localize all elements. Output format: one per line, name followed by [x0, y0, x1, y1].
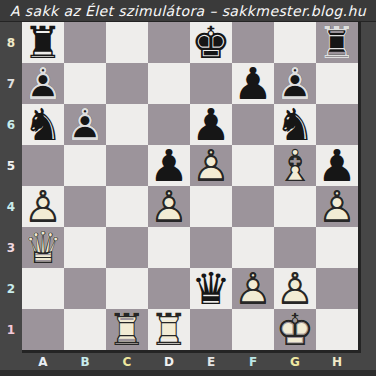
square-h7[interactable]: [316, 63, 358, 104]
square-c2[interactable]: [106, 268, 148, 309]
rank-label-7: 7: [0, 63, 22, 104]
white-bishop-outline: ♗: [274, 145, 316, 186]
black-pawn-glyph: ♟: [316, 145, 358, 186]
square-b6[interactable]: ♟♙: [64, 104, 106, 145]
piece-white-pawn: ♟♙: [190, 145, 232, 186]
white-pawn-outline: ♙: [274, 268, 316, 309]
square-f2[interactable]: ♟♙: [232, 268, 274, 309]
file-labels: ABCDEFGH: [22, 353, 358, 370]
square-b5[interactable]: [64, 145, 106, 186]
square-e7[interactable]: [190, 63, 232, 104]
square-a7[interactable]: ♟♙: [22, 63, 64, 104]
square-h8[interactable]: ♜♖: [316, 22, 358, 63]
piece-black-knight: ♞: [22, 104, 64, 145]
piece-white-rook: ♜♖: [106, 309, 148, 350]
file-label-f: F: [232, 353, 274, 370]
piece-white-bishop: ♝♗: [274, 145, 316, 186]
square-d4[interactable]: ♟♙: [148, 186, 190, 227]
piece-white-king: ♚♔: [274, 309, 316, 350]
white-pawn-outline: ♙: [148, 186, 190, 227]
square-h3[interactable]: [316, 227, 358, 268]
rank-label-3: 3: [0, 227, 22, 268]
piece-white-rook: ♜♖: [148, 309, 190, 350]
square-b3[interactable]: [64, 227, 106, 268]
square-g1[interactable]: ♚♔: [274, 309, 316, 350]
rank-label-2: 2: [0, 268, 22, 309]
file-label-c: C: [106, 353, 148, 370]
square-e6[interactable]: ♟: [190, 104, 232, 145]
piece-white-pawn: ♟♙: [148, 186, 190, 227]
white-rook-outline: ♖: [148, 309, 190, 350]
square-c3[interactable]: [106, 227, 148, 268]
file-label-d: D: [148, 353, 190, 370]
piece-white-queen: ♛♕: [22, 227, 64, 268]
square-e4[interactable]: [190, 186, 232, 227]
square-g4[interactable]: [274, 186, 316, 227]
white-queen-outline: ♕: [22, 227, 64, 268]
piece-black-queen: ♛: [190, 268, 232, 309]
square-a2[interactable]: [22, 268, 64, 309]
black-knight-glyph: ♞: [22, 104, 64, 145]
white-pawn-outline: ♙: [232, 268, 274, 309]
piece-black-rook: ♜: [22, 22, 64, 63]
square-f6[interactable]: [232, 104, 274, 145]
white-king-outline: ♔: [274, 309, 316, 350]
square-d1[interactable]: ♜♖: [148, 309, 190, 350]
black-pawn-outline: ♙: [64, 104, 106, 145]
square-b2[interactable]: [64, 268, 106, 309]
square-d3[interactable]: [148, 227, 190, 268]
square-f5[interactable]: [232, 145, 274, 186]
black-pawn-outline: ♙: [274, 63, 316, 104]
chess-diagram: A sakk az Élet szimulátora – sakkmester.…: [0, 0, 376, 376]
square-e1[interactable]: [190, 309, 232, 350]
square-g7[interactable]: ♟♙: [274, 63, 316, 104]
black-pawn-glyph: ♟: [148, 145, 190, 186]
rank-label-8: 8: [0, 22, 22, 63]
white-pawn-outline: ♙: [190, 145, 232, 186]
square-b1[interactable]: [64, 309, 106, 350]
piece-black-pawn: ♟: [232, 63, 274, 104]
square-f8[interactable]: [232, 22, 274, 63]
square-a5[interactable]: [22, 145, 64, 186]
square-g8[interactable]: [274, 22, 316, 63]
square-h4[interactable]: ♟♙: [316, 186, 358, 227]
square-h6[interactable]: [316, 104, 358, 145]
square-a6[interactable]: ♞: [22, 104, 64, 145]
square-c7[interactable]: [106, 63, 148, 104]
square-d5[interactable]: ♟: [148, 145, 190, 186]
rank-label-6: 6: [0, 104, 22, 145]
file-label-a: A: [22, 353, 64, 370]
rank-label-4: 4: [0, 186, 22, 227]
square-f3[interactable]: [232, 227, 274, 268]
square-h5[interactable]: ♟: [316, 145, 358, 186]
piece-white-pawn: ♟♙: [232, 268, 274, 309]
black-pawn-glyph: ♟: [190, 104, 232, 145]
square-c8[interactable]: [106, 22, 148, 63]
square-a3[interactable]: ♛♕: [22, 227, 64, 268]
square-f7[interactable]: ♟: [232, 63, 274, 104]
piece-white-pawn: ♟♙: [22, 186, 64, 227]
black-rook-outline: ♖: [316, 22, 358, 63]
piece-black-pawn: ♟♙: [274, 63, 316, 104]
black-pawn-glyph: ♟: [232, 63, 274, 104]
square-h2[interactable]: [316, 268, 358, 309]
square-f4[interactable]: [232, 186, 274, 227]
piece-black-pawn: ♟: [190, 104, 232, 145]
square-c4[interactable]: [106, 186, 148, 227]
square-c5[interactable]: [106, 145, 148, 186]
rank-labels: 87654321: [0, 22, 22, 350]
white-pawn-outline: ♙: [316, 186, 358, 227]
square-d7[interactable]: [148, 63, 190, 104]
square-f1[interactable]: [232, 309, 274, 350]
black-rook-glyph: ♜: [22, 22, 64, 63]
chess-board: ♜♚♜♖♟♙♟♟♙♞♟♙♟♞♟♟♙♝♗♟♟♙♟♙♟♙♛♕♛♟♙♟♙♜♖♜♖♚♔: [22, 22, 358, 350]
square-g6[interactable]: ♞: [274, 104, 316, 145]
square-e2[interactable]: ♛: [190, 268, 232, 309]
square-b8[interactable]: [64, 22, 106, 63]
square-a4[interactable]: ♟♙: [22, 186, 64, 227]
piece-black-pawn: ♟♙: [22, 63, 64, 104]
square-c1[interactable]: ♜♖: [106, 309, 148, 350]
piece-black-knight: ♞: [274, 104, 316, 145]
piece-black-pawn: ♟: [148, 145, 190, 186]
black-king-glyph: ♚: [190, 22, 232, 63]
rank-label-1: 1: [0, 309, 22, 350]
bottom-edge: [0, 370, 376, 376]
square-h1[interactable]: [316, 309, 358, 350]
black-queen-glyph: ♛: [190, 268, 232, 309]
black-pawn-outline: ♙: [22, 63, 64, 104]
file-label-b: B: [64, 353, 106, 370]
piece-white-pawn: ♟♙: [274, 268, 316, 309]
square-b7[interactable]: [64, 63, 106, 104]
piece-white-pawn: ♟♙: [316, 186, 358, 227]
piece-black-rook: ♜♖: [316, 22, 358, 63]
file-label-e: E: [190, 353, 232, 370]
file-label-h: H: [316, 353, 358, 370]
square-e5[interactable]: ♟♙: [190, 145, 232, 186]
square-d2[interactable]: [148, 268, 190, 309]
square-g5[interactable]: ♝♗: [274, 145, 316, 186]
square-g2[interactable]: ♟♙: [274, 268, 316, 309]
chess-board-frame: ♜♚♜♖♟♙♟♟♙♞♟♙♟♞♟♟♙♝♗♟♟♙♟♙♟♙♛♕♛♟♙♟♙♜♖♜♖♚♔: [22, 22, 361, 353]
square-c6[interactable]: [106, 104, 148, 145]
page-title: A sakk az Élet szimulátora – sakkmester.…: [10, 3, 366, 19]
white-pawn-outline: ♙: [22, 186, 64, 227]
piece-black-pawn: ♟♙: [64, 104, 106, 145]
square-d8[interactable]: [148, 22, 190, 63]
square-e3[interactable]: [190, 227, 232, 268]
white-rook-outline: ♖: [106, 309, 148, 350]
rank-label-5: 5: [0, 145, 22, 186]
square-e8[interactable]: ♚: [190, 22, 232, 63]
square-d6[interactable]: [148, 104, 190, 145]
piece-black-pawn: ♟: [316, 145, 358, 186]
square-g3[interactable]: [274, 227, 316, 268]
square-a1[interactable]: [22, 309, 64, 350]
square-a8[interactable]: ♜: [22, 22, 64, 63]
black-knight-glyph: ♞: [274, 104, 316, 145]
square-b4[interactable]: [64, 186, 106, 227]
file-label-g: G: [274, 353, 316, 370]
piece-black-king: ♚: [190, 22, 232, 63]
